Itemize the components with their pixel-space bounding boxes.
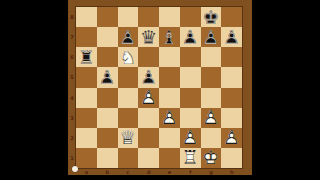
- square-c8[interactable]: [118, 7, 139, 27]
- square-b5[interactable]: ♟♙: [97, 67, 118, 87]
- square-g5[interactable]: [201, 67, 222, 87]
- square-c3[interactable]: [118, 108, 139, 128]
- square-c2[interactable]: ♛♕: [118, 128, 139, 148]
- piece-glyph: ♔: [201, 148, 222, 168]
- square-b2[interactable]: [97, 128, 118, 148]
- piece-glyph: ♝: [159, 27, 180, 47]
- file-label-b: b: [97, 169, 118, 175]
- square-f8[interactable]: [180, 7, 201, 27]
- square-f6[interactable]: [180, 47, 201, 67]
- square-a7[interactable]: [76, 27, 97, 47]
- square-a1[interactable]: [76, 148, 97, 168]
- piece-glyph: ♙: [118, 27, 139, 47]
- piece-glyph: ♟: [97, 67, 118, 87]
- piece-glyph: ♟: [180, 128, 201, 148]
- square-b4[interactable]: [97, 88, 118, 108]
- square-e1[interactable]: [159, 148, 180, 168]
- piece-glyph: ♖: [180, 148, 201, 168]
- piece-glyph: ♙: [97, 67, 118, 87]
- square-e4[interactable]: [159, 88, 180, 108]
- piece-glyph: ♕: [118, 128, 139, 148]
- chess-board: ♚♔♟♙♛♕♝♗♟♙♟♙♟♙♜♖♞♘♟♙♟♙♟♙♟♙♟♙♛♕♟♙♟♙♜♖♚♔ 8…: [68, 0, 252, 175]
- piece-glyph: ♙: [138, 88, 159, 108]
- white-rook-piece: ♜♖: [180, 148, 201, 168]
- square-g7[interactable]: ♟♙: [201, 27, 222, 47]
- black-pawn-piece: ♟♙: [118, 27, 139, 47]
- white-knight-piece: ♞♘: [118, 47, 139, 67]
- rank-label-4: 4: [68, 88, 76, 108]
- piece-glyph: ♗: [159, 27, 180, 47]
- square-h6[interactable]: [221, 47, 242, 67]
- square-a6[interactable]: ♜♖: [76, 47, 97, 67]
- black-pawn-piece: ♟♙: [201, 27, 222, 47]
- black-pawn-piece: ♟♙: [138, 67, 159, 87]
- rank-label-8: 8: [68, 7, 76, 27]
- square-b3[interactable]: [97, 108, 118, 128]
- square-b6[interactable]: [97, 47, 118, 67]
- square-e2[interactable]: [159, 128, 180, 148]
- video-frame: ♚♔♟♙♛♕♝♗♟♙♟♙♟♙♜♖♞♘♟♙♟♙♟♙♟♙♟♙♛♕♟♙♟♙♜♖♚♔ 8…: [0, 0, 320, 180]
- piece-glyph: ♟: [138, 88, 159, 108]
- piece-glyph: ♛: [118, 128, 139, 148]
- white-king-piece: ♚♔: [201, 148, 222, 168]
- square-d1[interactable]: [138, 148, 159, 168]
- black-pawn-piece: ♟♙: [221, 27, 242, 47]
- file-label-d: d: [138, 169, 159, 175]
- rank-label-3: 3: [68, 108, 76, 128]
- square-a3[interactable]: [76, 108, 97, 128]
- black-pawn-piece: ♟♙: [97, 67, 118, 87]
- square-f1[interactable]: ♜♖: [180, 148, 201, 168]
- square-d5[interactable]: ♟♙: [138, 67, 159, 87]
- piece-glyph: ♙: [201, 108, 222, 128]
- piece-glyph: ♛: [138, 27, 159, 47]
- square-c4[interactable]: [118, 88, 139, 108]
- piece-glyph: ♙: [180, 128, 201, 148]
- piece-glyph: ♟: [118, 27, 139, 47]
- square-e5[interactable]: [159, 67, 180, 87]
- piece-glyph: ♜: [180, 148, 201, 168]
- piece-glyph: ♘: [118, 47, 139, 67]
- square-a5[interactable]: [76, 67, 97, 87]
- square-h1[interactable]: [221, 148, 242, 168]
- square-e6[interactable]: [159, 47, 180, 67]
- file-label-f: f: [180, 169, 201, 175]
- square-f7[interactable]: ♟♙: [180, 27, 201, 47]
- square-c1[interactable]: [118, 148, 139, 168]
- square-e3[interactable]: ♟♙: [159, 108, 180, 128]
- black-pawn-piece: ♟♙: [180, 27, 201, 47]
- square-h5[interactable]: [221, 67, 242, 87]
- white-pawn-piece: ♟♙: [180, 128, 201, 148]
- piece-glyph: ♜: [76, 47, 97, 67]
- piece-glyph: ♟: [138, 67, 159, 87]
- piece-glyph: ♟: [221, 128, 242, 148]
- square-g6[interactable]: [201, 47, 222, 67]
- piece-glyph: ♟: [180, 27, 201, 47]
- square-g1[interactable]: ♚♔: [201, 148, 222, 168]
- black-queen-piece: ♛♕: [138, 27, 159, 47]
- square-d8[interactable]: [138, 7, 159, 27]
- square-c5[interactable]: [118, 67, 139, 87]
- square-c7[interactable]: ♟♙: [118, 27, 139, 47]
- piece-glyph: ♙: [221, 27, 242, 47]
- black-bishop-piece: ♝♗: [159, 27, 180, 47]
- rank-label-7: 7: [68, 27, 76, 47]
- piece-glyph: ♙: [180, 27, 201, 47]
- side-to-move-indicator: [72, 166, 78, 172]
- black-king-piece: ♚♔: [201, 7, 222, 27]
- square-f4[interactable]: [180, 88, 201, 108]
- square-a4[interactable]: [76, 88, 97, 108]
- piece-glyph: ♖: [76, 47, 97, 67]
- square-f5[interactable]: [180, 67, 201, 87]
- square-b7[interactable]: [97, 27, 118, 47]
- square-g4[interactable]: [201, 88, 222, 108]
- piece-glyph: ♔: [201, 7, 222, 27]
- square-f2[interactable]: ♟♙: [180, 128, 201, 148]
- square-d7[interactable]: ♛♕: [138, 27, 159, 47]
- square-e7[interactable]: ♝♗: [159, 27, 180, 47]
- white-pawn-piece: ♟♙: [138, 88, 159, 108]
- rank-label-5: 5: [68, 67, 76, 87]
- square-h3[interactable]: [221, 108, 242, 128]
- square-d2[interactable]: [138, 128, 159, 148]
- square-h4[interactable]: [221, 88, 242, 108]
- white-pawn-piece: ♟♙: [221, 128, 242, 148]
- square-b8[interactable]: [97, 7, 118, 27]
- square-h2[interactable]: ♟♙: [221, 128, 242, 148]
- file-label-g: g: [201, 169, 222, 175]
- piece-glyph: ♙: [221, 128, 242, 148]
- square-f3[interactable]: [180, 108, 201, 128]
- file-label-e: e: [159, 169, 180, 175]
- rank-label-6: 6: [68, 47, 76, 67]
- piece-glyph: ♙: [138, 67, 159, 87]
- file-label-h: h: [221, 169, 242, 175]
- piece-glyph: ♟: [221, 27, 242, 47]
- white-pawn-piece: ♟♙: [159, 108, 180, 128]
- piece-glyph: ♙: [159, 108, 180, 128]
- piece-glyph: ♙: [201, 27, 222, 47]
- piece-glyph: ♚: [201, 148, 222, 168]
- square-h7[interactable]: ♟♙: [221, 27, 242, 47]
- piece-glyph: ♟: [201, 108, 222, 128]
- white-pawn-piece: ♟♙: [201, 108, 222, 128]
- piece-glyph: ♟: [201, 27, 222, 47]
- square-h8[interactable]: [221, 7, 242, 27]
- file-label-a: a: [76, 169, 97, 175]
- board-grid: ♚♔♟♙♛♕♝♗♟♙♟♙♟♙♜♖♞♘♟♙♟♙♟♙♟♙♟♙♛♕♟♙♟♙♜♖♚♔: [76, 7, 242, 168]
- square-d6[interactable]: [138, 47, 159, 67]
- square-a8[interactable]: [76, 7, 97, 27]
- square-d3[interactable]: [138, 108, 159, 128]
- white-queen-piece: ♛♕: [118, 128, 139, 148]
- square-d4[interactable]: ♟♙: [138, 88, 159, 108]
- square-g8[interactable]: ♚♔: [201, 7, 222, 27]
- piece-glyph: ♞: [118, 47, 139, 67]
- piece-glyph: ♚: [201, 7, 222, 27]
- piece-glyph: ♟: [159, 108, 180, 128]
- square-g3[interactable]: ♟♙: [201, 108, 222, 128]
- square-e8[interactable]: [159, 7, 180, 27]
- rank-label-2: 2: [68, 128, 76, 148]
- file-label-c: c: [118, 169, 139, 175]
- square-a2[interactable]: [76, 128, 97, 148]
- square-c6[interactable]: ♞♘: [118, 47, 139, 67]
- square-g2[interactable]: [201, 128, 222, 148]
- rank-label-1: 1: [68, 148, 76, 168]
- piece-glyph: ♕: [138, 27, 159, 47]
- square-b1[interactable]: [97, 148, 118, 168]
- black-rook-piece: ♜♖: [76, 47, 97, 67]
